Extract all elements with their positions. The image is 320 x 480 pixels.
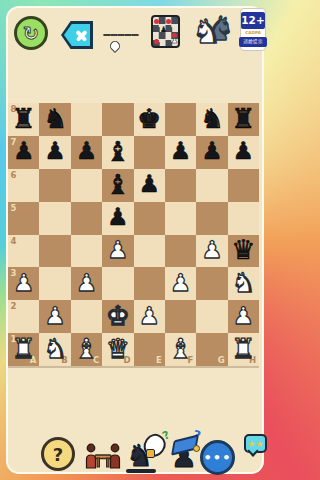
square-d3[interactable] bbox=[102, 267, 133, 300]
make-move-button[interactable]: ♞ bbox=[124, 434, 166, 474]
square-d5[interactable]: ♟ bbox=[102, 202, 133, 235]
square-h3[interactable]: ♞ bbox=[228, 267, 259, 300]
square-a1[interactable]: 1A♜ bbox=[8, 333, 39, 366]
square-b1[interactable]: B♞ bbox=[39, 333, 70, 366]
white-bishop: ♝ bbox=[74, 335, 98, 362]
square-f6[interactable] bbox=[165, 169, 196, 202]
rate-app-button[interactable]: ★★ bbox=[244, 434, 267, 453]
square-f2[interactable] bbox=[165, 300, 196, 333]
square-f1[interactable]: F♝ bbox=[165, 333, 196, 366]
white-pawn: ♟ bbox=[76, 271, 98, 295]
square-e5[interactable] bbox=[134, 202, 165, 235]
age-rating-org: CADPA bbox=[245, 31, 261, 35]
square-e1[interactable]: E bbox=[134, 333, 165, 366]
square-d2[interactable]: ♚ bbox=[102, 300, 133, 333]
square-h4[interactable]: ♛ bbox=[228, 235, 259, 268]
black-rook: ♜ bbox=[231, 105, 255, 132]
square-b2[interactable]: ♟ bbox=[39, 300, 70, 333]
square-a4[interactable]: 4 bbox=[8, 235, 39, 268]
age-rating-caption: 适龄提示 bbox=[239, 37, 267, 47]
black-queen: ♛ bbox=[231, 236, 255, 263]
gold-piece-icon bbox=[146, 449, 155, 458]
square-e7[interactable] bbox=[134, 136, 165, 169]
square-d1[interactable]: D♛ bbox=[102, 333, 133, 366]
chess-app-screen: { "game": "chess", "position": { "fen": … bbox=[0, 0, 270, 480]
black-rook: ♜ bbox=[12, 105, 36, 132]
players-icon bbox=[84, 441, 122, 471]
help-button[interactable]: ? bbox=[41, 437, 75, 471]
square-b6[interactable] bbox=[39, 169, 70, 202]
square-e6[interactable]: ♟ bbox=[134, 169, 165, 202]
square-e8[interactable]: ♚ bbox=[134, 103, 165, 136]
difficulty-meter-button[interactable] bbox=[104, 25, 139, 44]
file-label: E bbox=[156, 356, 162, 365]
square-g8[interactable]: ♞ bbox=[196, 103, 227, 136]
question-mark-icon: ? bbox=[53, 444, 63, 465]
square-c4[interactable] bbox=[71, 235, 102, 268]
white-pawn: ♟ bbox=[170, 271, 192, 295]
square-f3[interactable]: ♟ bbox=[165, 267, 196, 300]
black-pawn: ♟ bbox=[107, 205, 129, 229]
age-rating-badge: 12+ CADPA 适龄提示 bbox=[240, 8, 266, 51]
square-g4[interactable]: ♟ bbox=[196, 235, 227, 268]
black-king: ♚ bbox=[137, 105, 161, 132]
square-f4[interactable] bbox=[165, 235, 196, 268]
black-knight: ♞ bbox=[43, 105, 67, 132]
square-h5[interactable] bbox=[228, 202, 259, 235]
white-rook: ♜ bbox=[231, 335, 255, 362]
white-pawn: ♟ bbox=[44, 304, 66, 328]
square-g7[interactable]: ♟ bbox=[196, 136, 227, 169]
black-pawn: ♟ bbox=[76, 139, 98, 163]
square-f7[interactable]: ♟ bbox=[165, 136, 196, 169]
age-rating-value: 12+ bbox=[241, 12, 264, 29]
square-b7[interactable]: ♟ bbox=[39, 136, 70, 169]
ellipsis-icon: ••• bbox=[204, 450, 232, 465]
white-knight-icon: ♞ bbox=[192, 15, 222, 48]
square-g3[interactable] bbox=[196, 267, 227, 300]
square-a5[interactable]: 5 bbox=[8, 202, 39, 235]
square-h7[interactable]: ♟ bbox=[228, 136, 259, 169]
square-d6[interactable]: ♝ bbox=[102, 169, 133, 202]
rank-label: 4 bbox=[11, 237, 17, 246]
mini-pawn-icon: ♟ bbox=[160, 26, 167, 34]
rank-label: 5 bbox=[11, 204, 17, 213]
white-queen: ♛ bbox=[106, 335, 130, 362]
red-dot-icon bbox=[154, 39, 159, 44]
square-g6[interactable] bbox=[196, 169, 227, 202]
white-knight: ♞ bbox=[43, 335, 67, 362]
tassel-icon bbox=[193, 445, 200, 452]
square-b8[interactable]: ♞ bbox=[39, 103, 70, 136]
black-pawn: ♟ bbox=[138, 172, 160, 196]
square-h8[interactable]: ♜ bbox=[228, 103, 259, 136]
restart-icon: ↻ bbox=[23, 22, 39, 44]
more-options-button[interactable]: ••• bbox=[200, 440, 235, 475]
square-d8[interactable] bbox=[102, 103, 133, 136]
square-b3[interactable] bbox=[39, 267, 70, 300]
white-rook: ♜ bbox=[12, 335, 36, 362]
white-bishop: ♝ bbox=[168, 335, 192, 362]
white-pawn: ♟ bbox=[201, 238, 223, 262]
square-e2[interactable]: ♟ bbox=[134, 300, 165, 333]
square-g2[interactable] bbox=[196, 300, 227, 333]
white-knight: ♞ bbox=[231, 269, 255, 296]
black-pawn: ♟ bbox=[13, 139, 35, 163]
rank-label: 2 bbox=[11, 302, 17, 311]
white-pawn: ♟ bbox=[107, 238, 129, 262]
square-h6[interactable] bbox=[228, 169, 259, 202]
square-h2[interactable]: ♟ bbox=[228, 300, 259, 333]
puzzle-board-button[interactable]: ♟ ♟ bbox=[151, 15, 180, 48]
restart-button[interactable]: ↻ bbox=[14, 16, 48, 50]
square-a7[interactable]: 7♟ bbox=[8, 136, 39, 169]
square-a3[interactable]: 3♟ bbox=[8, 267, 39, 300]
square-g1[interactable]: G bbox=[196, 333, 227, 366]
red-dot-icon bbox=[166, 19, 171, 24]
square-e4[interactable] bbox=[134, 235, 165, 268]
learn-button[interactable]: ? ? ♟ bbox=[163, 431, 203, 473]
square-c1[interactable]: C♝ bbox=[71, 333, 102, 366]
two-players-button[interactable] bbox=[84, 441, 122, 471]
close-icon bbox=[64, 24, 90, 46]
mini-pawn-icon: ♟ bbox=[171, 37, 178, 45]
square-a8[interactable]: 8♜ bbox=[8, 103, 39, 136]
new-game-button[interactable]: ♞ ♞ bbox=[192, 12, 235, 51]
black-pawn: ♟ bbox=[233, 139, 255, 163]
square-h1[interactable]: H♜ bbox=[228, 333, 259, 366]
chess-board[interactable]: 8♜♞♚♞♜7♟♟♟♝♟♟♟6♝♟5♟4♟♟♛3♟♟♟♞2♟♚♟♟1A♜B♞C♝… bbox=[8, 103, 259, 366]
meter-segment bbox=[131, 34, 140, 36]
square-b5[interactable] bbox=[39, 202, 70, 235]
square-c3[interactable]: ♟ bbox=[71, 267, 102, 300]
square-a6[interactable]: 6 bbox=[8, 169, 39, 202]
white-pawn: ♟ bbox=[13, 271, 35, 295]
black-pawn: ♟ bbox=[170, 139, 192, 163]
square-c5[interactable] bbox=[71, 202, 102, 235]
square-b4[interactable] bbox=[39, 235, 70, 268]
file-label: G bbox=[218, 356, 225, 365]
square-d7[interactable]: ♝ bbox=[102, 136, 133, 169]
square-c7[interactable]: ♟ bbox=[71, 136, 102, 169]
rank-label: 6 bbox=[11, 171, 17, 180]
square-e3[interactable] bbox=[134, 267, 165, 300]
square-c2[interactable] bbox=[71, 300, 102, 333]
square-d4[interactable]: ♟ bbox=[102, 235, 133, 268]
square-g5[interactable] bbox=[196, 202, 227, 235]
square-c8[interactable] bbox=[71, 103, 102, 136]
black-bishop: ♝ bbox=[106, 171, 130, 198]
square-f5[interactable] bbox=[165, 202, 196, 235]
piece-base-icon bbox=[126, 469, 156, 473]
white-pawn: ♟ bbox=[138, 304, 160, 328]
white-pawn: ♟ bbox=[233, 304, 255, 328]
white-king: ♚ bbox=[106, 302, 130, 329]
black-bishop: ♝ bbox=[106, 138, 130, 165]
red-dot-icon bbox=[154, 19, 159, 24]
black-pawn: ♟ bbox=[44, 139, 66, 163]
square-f8[interactable] bbox=[165, 103, 196, 136]
square-c6[interactable] bbox=[71, 169, 102, 202]
square-a2[interactable]: 2 bbox=[8, 300, 39, 333]
black-pawn: ♟ bbox=[201, 139, 223, 163]
black-knight: ♞ bbox=[200, 105, 224, 132]
